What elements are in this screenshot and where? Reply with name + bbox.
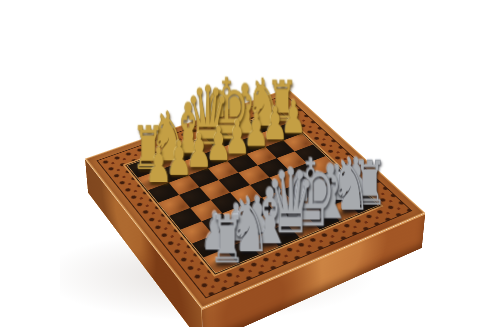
chess-set-photo: ♜♞♝♛♚♝♞♜♟♟♟♟♟♟♟♟♟♟♟♟♟♟♟♟♜♞♝♛♚♝♞♜ — [0, 0, 480, 327]
silver-rook[interactable]: ♜ — [160, 210, 296, 269]
gold-pawn[interactable]: ♟ — [97, 144, 221, 187]
chess-scene: ♜♞♝♛♚♝♞♜♟♟♟♟♟♟♟♟♟♟♟♟♟♟♟♟♜♞♝♛♚♝♞♜ — [0, 0, 480, 327]
square-a7[interactable]: ♟ — [138, 170, 169, 190]
board-chest: ♜♞♝♛♚♝♞♜♟♟♟♟♟♟♟♟♟♟♟♟♟♟♟♟♜♞♝♛♚♝♞♜ — [85, 88, 426, 308]
square-a1[interactable]: ♜ — [204, 249, 238, 272]
